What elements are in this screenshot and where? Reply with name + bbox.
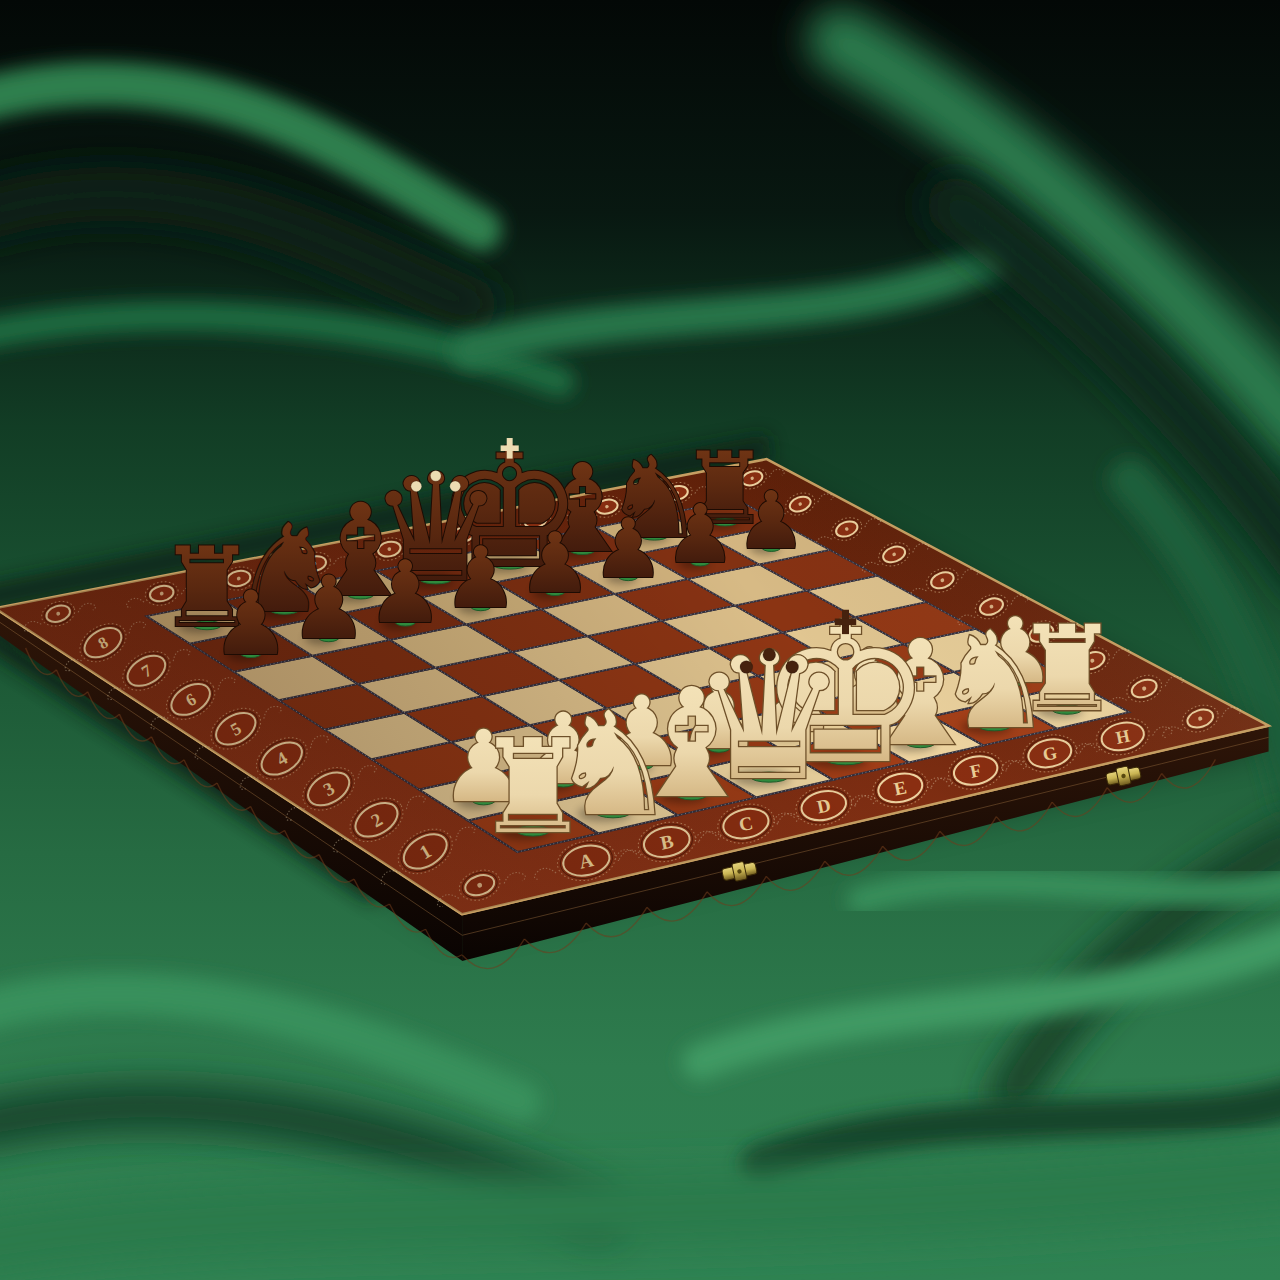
piece-black-pawn-h7: ♟ [736, 474, 807, 567]
piece-glyph: ♟ [664, 487, 736, 581]
piece-black-pawn-e7: ♟ [518, 515, 593, 612]
piece-white-rook-a1: ♜ [475, 712, 591, 863]
piece-black-pawn-a7: ♟ [211, 572, 290, 675]
piece-glyph: ♟ [518, 515, 593, 612]
piece-glyph: ♟ [736, 474, 807, 567]
piece-glyph: ♟ [591, 501, 665, 596]
piece-glyph: ♟ [211, 572, 290, 675]
piece-black-pawn-g7: ♟ [664, 487, 736, 581]
piece-black-pawn-f7: ♟ [591, 501, 665, 596]
piece-black-pawn-d7: ♟ [443, 528, 519, 627]
piece-glyph: ♜ [475, 712, 591, 863]
chess-set-photo: ABCDEFGH12345678♜♞♟♝♟♚♟♛♟♝♟♞♟♜♟♟♟♜♟♞♟♝♟♚… [0, 0, 1280, 1280]
piece-black-pawn-c7: ♟ [367, 542, 444, 642]
piece-glyph: ♟ [443, 528, 519, 627]
piece-black-pawn-b7: ♟ [290, 557, 368, 659]
cloth-fold [860, 882, 1280, 900]
queen-crown-tip [430, 470, 441, 481]
piece-glyph: ♟ [367, 542, 444, 642]
piece-glyph: ♟ [290, 557, 368, 659]
king-cross-finial [501, 445, 519, 451]
photo-scene: ABCDEFGH12345678♜♞♟♝♟♚♟♛♟♝♟♞♟♜♟♟♟♜♟♞♟♝♟♚… [0, 0, 1280, 1280]
queen-crown-tip [450, 481, 461, 492]
queen-crown-tip [786, 661, 799, 674]
queen-crown-tip [763, 648, 776, 661]
